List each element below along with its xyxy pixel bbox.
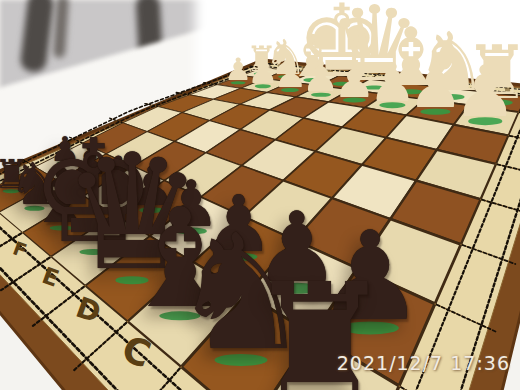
far-border-mark	[302, 67, 307, 71]
far-border-mark	[505, 88, 510, 92]
far-border-mark	[423, 80, 428, 84]
far-border-mark	[357, 73, 362, 77]
far-border-mark	[278, 64, 283, 68]
photo-scene: FEDC ♜♞♝♟♚♟♛♟♝♟♞♟♜♟♟♟♟♟♜♟♞♟♝♟♚♟♛♟♝♟♞♜ 20…	[0, 0, 520, 390]
far-border-mark	[462, 84, 467, 88]
chess-board: FEDC	[0, 0, 520, 390]
far-border-mark	[388, 76, 393, 80]
camera-timestamp: 2021/12/7 17:36	[337, 352, 510, 374]
far-border-mark	[328, 70, 333, 74]
